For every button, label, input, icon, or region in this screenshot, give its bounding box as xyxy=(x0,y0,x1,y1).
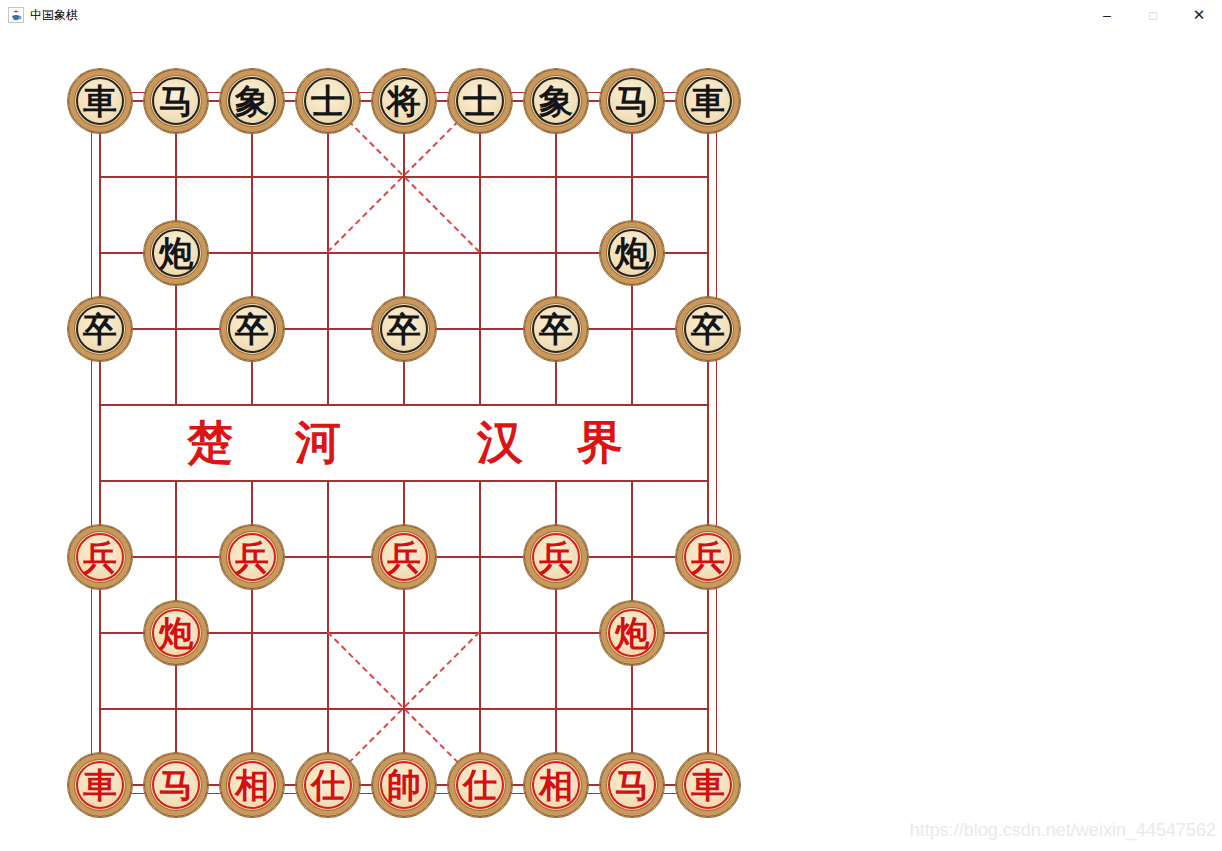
piece-character: 士 xyxy=(311,84,345,118)
board-cell xyxy=(251,176,327,252)
piece-character: 帥 xyxy=(387,768,421,802)
red-soldier-piece[interactable]: 兵 xyxy=(220,525,284,589)
window-controls: – □ ✕ xyxy=(1084,0,1222,30)
black-elephant-piece[interactable]: 象 xyxy=(220,69,284,133)
board-cell xyxy=(403,176,479,252)
minimize-button[interactable]: – xyxy=(1084,0,1130,30)
window-title: 中国象棋 xyxy=(30,7,78,24)
red-advisor-piece[interactable]: 仕 xyxy=(296,753,360,817)
board-grid xyxy=(99,100,709,786)
red-elephant-piece[interactable]: 相 xyxy=(524,753,588,817)
black-advisor-piece[interactable]: 士 xyxy=(448,69,512,133)
board-cell xyxy=(327,632,403,708)
piece-character: 士 xyxy=(463,84,497,118)
piece-character: 車 xyxy=(83,84,117,118)
piece-character: 炮 xyxy=(159,236,193,270)
board-cell xyxy=(479,632,555,708)
piece-character: 兵 xyxy=(539,540,573,574)
piece-character: 象 xyxy=(235,84,269,118)
red-chariot-piece[interactable]: 車 xyxy=(676,753,740,817)
piece-character: 相 xyxy=(235,768,269,802)
piece-character: 車 xyxy=(691,768,725,802)
black-cannon-piece[interactable]: 炮 xyxy=(600,221,664,285)
red-soldier-piece[interactable]: 兵 xyxy=(372,525,436,589)
piece-character: 仕 xyxy=(311,768,345,802)
piece-character: 象 xyxy=(539,84,573,118)
red-advisor-piece[interactable]: 仕 xyxy=(448,753,512,817)
board-cell xyxy=(99,404,175,480)
board-cell xyxy=(251,404,327,480)
piece-character: 马 xyxy=(615,84,649,118)
piece-character: 将 xyxy=(387,84,421,118)
watermark-url: https://blog.csdn.net/weixin_44547562 xyxy=(910,820,1216,841)
piece-character: 卒 xyxy=(235,312,269,346)
black-chariot-piece[interactable]: 車 xyxy=(68,69,132,133)
board-cell xyxy=(403,632,479,708)
red-soldier-piece[interactable]: 兵 xyxy=(524,525,588,589)
piece-character: 卒 xyxy=(387,312,421,346)
black-soldier-piece[interactable]: 卒 xyxy=(372,297,436,361)
piece-character: 卒 xyxy=(691,312,725,346)
piece-character: 卒 xyxy=(539,312,573,346)
piece-character: 相 xyxy=(539,768,573,802)
board-cell xyxy=(555,404,631,480)
black-horse-piece[interactable]: 马 xyxy=(144,69,208,133)
board-cell xyxy=(631,404,707,480)
black-soldier-piece[interactable]: 卒 xyxy=(524,297,588,361)
piece-character: 車 xyxy=(83,768,117,802)
java-app-icon xyxy=(8,7,24,23)
piece-character: 兵 xyxy=(691,540,725,574)
red-chariot-piece[interactable]: 車 xyxy=(68,753,132,817)
board-cell xyxy=(251,632,327,708)
black-advisor-piece[interactable]: 士 xyxy=(296,69,360,133)
board-cell xyxy=(327,176,403,252)
title-bar: 中国象棋 – □ ✕ xyxy=(0,0,1222,30)
black-general-piece[interactable]: 将 xyxy=(372,69,436,133)
piece-character: 炮 xyxy=(615,616,649,650)
close-button[interactable]: ✕ xyxy=(1176,0,1222,30)
red-horse-piece[interactable]: 马 xyxy=(144,753,208,817)
red-cannon-piece[interactable]: 炮 xyxy=(600,601,664,665)
black-soldier-piece[interactable]: 卒 xyxy=(676,297,740,361)
piece-character: 兵 xyxy=(235,540,269,574)
board-cell xyxy=(479,404,555,480)
black-horse-piece[interactable]: 马 xyxy=(600,69,664,133)
red-soldier-piece[interactable]: 兵 xyxy=(68,525,132,589)
piece-character: 仕 xyxy=(463,768,497,802)
black-cannon-piece[interactable]: 炮 xyxy=(144,221,208,285)
piece-character: 马 xyxy=(159,768,193,802)
red-general-piece[interactable]: 帥 xyxy=(372,753,436,817)
piece-character: 马 xyxy=(615,768,649,802)
black-chariot-piece[interactable]: 車 xyxy=(676,69,740,133)
maximize-button[interactable]: □ xyxy=(1130,0,1176,30)
piece-character: 卒 xyxy=(83,312,117,346)
piece-character: 炮 xyxy=(159,616,193,650)
red-soldier-piece[interactable]: 兵 xyxy=(676,525,740,589)
piece-character: 車 xyxy=(691,84,725,118)
black-soldier-piece[interactable]: 卒 xyxy=(220,297,284,361)
piece-character: 马 xyxy=(159,84,193,118)
piece-character: 兵 xyxy=(387,540,421,574)
piece-character: 兵 xyxy=(83,540,117,574)
board-cell xyxy=(403,404,479,480)
red-elephant-piece[interactable]: 相 xyxy=(220,753,284,817)
red-horse-piece[interactable]: 马 xyxy=(600,753,664,817)
black-elephant-piece[interactable]: 象 xyxy=(524,69,588,133)
black-soldier-piece[interactable]: 卒 xyxy=(68,297,132,361)
red-cannon-piece[interactable]: 炮 xyxy=(144,601,208,665)
board-cell xyxy=(175,404,251,480)
xiangqi-board[interactable]: 楚 河 汉 界 車马象士将士象马車炮炮卒卒卒卒卒兵兵兵兵兵炮炮車马相仕帥仕相马車 xyxy=(99,100,709,786)
board-cell xyxy=(479,176,555,252)
piece-character: 炮 xyxy=(615,236,649,270)
board-cell xyxy=(327,404,403,480)
